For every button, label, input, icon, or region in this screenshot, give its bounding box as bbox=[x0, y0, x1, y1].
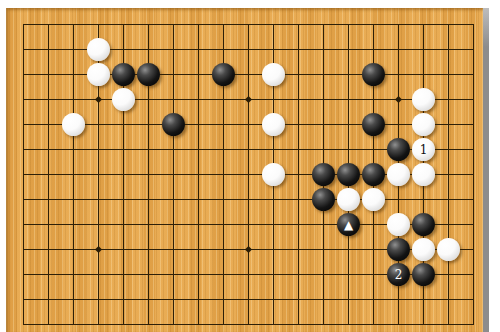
board-cell[interactable] bbox=[161, 212, 186, 237]
board-cell[interactable] bbox=[111, 12, 136, 37]
board-cell[interactable] bbox=[286, 212, 311, 237]
black-stone bbox=[362, 163, 385, 186]
board-cell[interactable] bbox=[436, 262, 461, 287]
board-cell[interactable] bbox=[186, 212, 211, 237]
board-cell[interactable] bbox=[36, 87, 61, 112]
board-cell[interactable] bbox=[136, 112, 161, 137]
board-cell[interactable] bbox=[36, 212, 61, 237]
board-cell[interactable] bbox=[86, 62, 111, 87]
board-cell[interactable] bbox=[386, 212, 411, 237]
board-cell[interactable] bbox=[336, 137, 361, 162]
board-cell[interactable] bbox=[111, 162, 136, 187]
black-stone bbox=[212, 63, 235, 86]
board-cell[interactable] bbox=[211, 312, 236, 332]
board-cell[interactable] bbox=[261, 262, 286, 287]
board-cell[interactable] bbox=[311, 237, 336, 262]
board-cell[interactable] bbox=[61, 87, 86, 112]
board-cell[interactable] bbox=[411, 237, 436, 262]
board-cell[interactable] bbox=[336, 12, 361, 37]
board-cell[interactable] bbox=[436, 112, 461, 137]
board-cell[interactable] bbox=[286, 12, 311, 37]
board-cell[interactable] bbox=[186, 162, 211, 187]
board-cell[interactable] bbox=[136, 237, 161, 262]
board-cell[interactable] bbox=[111, 287, 136, 312]
board-cell[interactable] bbox=[36, 312, 61, 332]
white-stone bbox=[262, 113, 285, 136]
white-stone bbox=[337, 188, 360, 211]
board-cell[interactable] bbox=[336, 112, 361, 137]
board-cell[interactable] bbox=[136, 262, 161, 287]
board-cell[interactable] bbox=[61, 312, 86, 332]
board-cell[interactable] bbox=[86, 312, 111, 332]
board-cell[interactable] bbox=[136, 137, 161, 162]
board-cell[interactable] bbox=[111, 137, 136, 162]
board-cell[interactable] bbox=[86, 87, 111, 112]
board-cell[interactable] bbox=[361, 37, 386, 62]
board-cell[interactable] bbox=[411, 287, 436, 312]
board-cell[interactable] bbox=[386, 162, 411, 187]
board-cell[interactable] bbox=[336, 262, 361, 287]
board-cell[interactable] bbox=[136, 87, 161, 112]
board-cell[interactable] bbox=[211, 212, 236, 237]
board-cell[interactable] bbox=[261, 87, 286, 112]
board-cell[interactable] bbox=[11, 162, 36, 187]
board-cell[interactable] bbox=[236, 112, 261, 137]
board-cell[interactable] bbox=[311, 187, 336, 212]
board-cell[interactable] bbox=[461, 162, 483, 187]
goban-cells: 1▲2 bbox=[11, 12, 483, 332]
board-cell[interactable] bbox=[186, 12, 211, 37]
white-stone bbox=[112, 88, 135, 111]
board-cell[interactable] bbox=[11, 62, 36, 87]
board-cell[interactable] bbox=[411, 12, 436, 37]
board-cell[interactable] bbox=[461, 112, 483, 137]
board-cell[interactable]: ▲ bbox=[336, 212, 361, 237]
board-cell[interactable] bbox=[411, 162, 436, 187]
white-stone bbox=[62, 113, 85, 136]
board-cell[interactable] bbox=[61, 262, 86, 287]
board-cell[interactable] bbox=[386, 237, 411, 262]
board-cell[interactable] bbox=[361, 112, 386, 137]
board-cell[interactable] bbox=[211, 37, 236, 62]
board-cell[interactable] bbox=[11, 237, 36, 262]
board-cell[interactable] bbox=[361, 137, 386, 162]
board-cell[interactable] bbox=[386, 187, 411, 212]
black-stone bbox=[362, 113, 385, 136]
board-cell[interactable] bbox=[161, 12, 186, 37]
board-cell[interactable] bbox=[186, 87, 211, 112]
board-cell[interactable] bbox=[436, 237, 461, 262]
board-cell[interactable] bbox=[111, 312, 136, 332]
board-cell[interactable] bbox=[361, 212, 386, 237]
board-cell[interactable] bbox=[161, 287, 186, 312]
board-cell[interactable] bbox=[386, 287, 411, 312]
black-stone bbox=[312, 188, 335, 211]
board-cell[interactable] bbox=[461, 62, 483, 87]
board-cell[interactable]: 1 bbox=[411, 137, 436, 162]
board-cell[interactable] bbox=[336, 312, 361, 332]
white-stone bbox=[87, 38, 110, 61]
black-stone bbox=[137, 63, 160, 86]
board-edge-shadow bbox=[483, 8, 489, 332]
board-cell[interactable] bbox=[161, 237, 186, 262]
board-cell[interactable] bbox=[211, 12, 236, 37]
black-stone bbox=[412, 213, 435, 236]
board-cell[interactable] bbox=[261, 12, 286, 37]
board-cell[interactable] bbox=[161, 37, 186, 62]
board-cell[interactable] bbox=[111, 62, 136, 87]
board-cell[interactable] bbox=[61, 237, 86, 262]
board-cell[interactable] bbox=[311, 37, 336, 62]
white-stone bbox=[362, 188, 385, 211]
board-cell[interactable] bbox=[11, 137, 36, 162]
board-cell[interactable] bbox=[411, 312, 436, 332]
board-cell[interactable] bbox=[61, 287, 86, 312]
board-cell[interactable] bbox=[261, 137, 286, 162]
board-cell[interactable] bbox=[286, 162, 311, 187]
board-cell[interactable] bbox=[36, 37, 61, 62]
board-cell[interactable] bbox=[186, 37, 211, 62]
board-cell[interactable] bbox=[86, 137, 111, 162]
white-stone bbox=[412, 238, 435, 261]
board-cell[interactable] bbox=[461, 287, 483, 312]
board-cell[interactable] bbox=[261, 187, 286, 212]
board-cell[interactable] bbox=[236, 212, 261, 237]
board-cell[interactable] bbox=[286, 62, 311, 87]
board-cell[interactable] bbox=[436, 212, 461, 237]
board-cell[interactable] bbox=[161, 187, 186, 212]
board-cell[interactable] bbox=[361, 237, 386, 262]
board-cell[interactable] bbox=[261, 237, 286, 262]
board-cell[interactable] bbox=[336, 87, 361, 112]
board-cell[interactable] bbox=[461, 12, 483, 37]
board-cell[interactable] bbox=[61, 37, 86, 62]
board-cell[interactable] bbox=[236, 312, 261, 332]
board-cell[interactable] bbox=[261, 112, 286, 137]
board-cell[interactable] bbox=[61, 62, 86, 87]
black-stone bbox=[387, 238, 410, 261]
board-cell[interactable] bbox=[311, 162, 336, 187]
board-cell[interactable] bbox=[161, 137, 186, 162]
board-cell[interactable] bbox=[236, 12, 261, 37]
board-cell[interactable] bbox=[211, 62, 236, 87]
board-cell[interactable] bbox=[436, 312, 461, 332]
board-cell[interactable] bbox=[311, 87, 336, 112]
board-cell[interactable] bbox=[336, 187, 361, 212]
board-cell[interactable] bbox=[11, 312, 36, 332]
board-cell[interactable] bbox=[211, 237, 236, 262]
board-cell[interactable] bbox=[186, 237, 211, 262]
board-cell[interactable] bbox=[211, 137, 236, 162]
black-stone bbox=[387, 138, 410, 161]
board-cell[interactable] bbox=[136, 212, 161, 237]
board-cell[interactable] bbox=[186, 262, 211, 287]
board-cell[interactable] bbox=[236, 37, 261, 62]
board-cell[interactable] bbox=[86, 287, 111, 312]
board-cell[interactable] bbox=[86, 187, 111, 212]
board-cell[interactable] bbox=[61, 187, 86, 212]
board-cell[interactable] bbox=[286, 187, 311, 212]
board-cell[interactable] bbox=[336, 162, 361, 187]
board-cell[interactable] bbox=[236, 287, 261, 312]
white-stone bbox=[387, 213, 410, 236]
board-cell[interactable] bbox=[86, 12, 111, 37]
board-cell[interactable] bbox=[161, 87, 186, 112]
black-stone bbox=[312, 163, 335, 186]
board-cell[interactable] bbox=[36, 262, 61, 287]
board-cell[interactable] bbox=[311, 12, 336, 37]
board-cell[interactable] bbox=[411, 112, 436, 137]
white-stone bbox=[412, 163, 435, 186]
board-cell[interactable] bbox=[161, 262, 186, 287]
board-cell[interactable] bbox=[261, 162, 286, 187]
board-cell[interactable] bbox=[286, 287, 311, 312]
board-cell[interactable] bbox=[286, 87, 311, 112]
board-cell[interactable] bbox=[436, 162, 461, 187]
board-cell[interactable] bbox=[361, 12, 386, 37]
board-cell[interactable] bbox=[411, 62, 436, 87]
black-stone: ▲ bbox=[337, 213, 360, 236]
board-cell[interactable] bbox=[36, 187, 61, 212]
board-cell[interactable] bbox=[411, 262, 436, 287]
triangle-marker-icon: ▲ bbox=[337, 213, 360, 236]
board-cell[interactable] bbox=[336, 287, 361, 312]
board-cell[interactable] bbox=[186, 287, 211, 312]
board-cell[interactable] bbox=[461, 212, 483, 237]
white-stone bbox=[87, 63, 110, 86]
board-cell[interactable] bbox=[311, 62, 336, 87]
board-cell[interactable] bbox=[386, 137, 411, 162]
board-cell[interactable] bbox=[186, 187, 211, 212]
board-cell[interactable] bbox=[361, 62, 386, 87]
board-cell[interactable] bbox=[11, 12, 36, 37]
board-cell[interactable] bbox=[211, 112, 236, 137]
board-cell[interactable] bbox=[161, 312, 186, 332]
board-cell[interactable] bbox=[136, 37, 161, 62]
board-cell[interactable] bbox=[261, 37, 286, 62]
black-stone bbox=[337, 163, 360, 186]
board-cell[interactable] bbox=[236, 262, 261, 287]
board-cell[interactable]: 2 bbox=[386, 262, 411, 287]
board-cell[interactable] bbox=[436, 87, 461, 112]
move-number-label: 1 bbox=[412, 138, 435, 161]
board-cell[interactable] bbox=[86, 212, 111, 237]
board-cell[interactable] bbox=[61, 112, 86, 137]
board-cell[interactable] bbox=[286, 237, 311, 262]
board-cell[interactable] bbox=[36, 12, 61, 37]
board-cell[interactable] bbox=[86, 237, 111, 262]
go-board: 1▲2 bbox=[6, 8, 483, 332]
board-cell[interactable] bbox=[11, 112, 36, 137]
board-cell[interactable] bbox=[111, 37, 136, 62]
board-cell[interactable] bbox=[461, 137, 483, 162]
white-stone bbox=[262, 63, 285, 86]
black-stone bbox=[162, 113, 185, 136]
board-cell[interactable] bbox=[436, 37, 461, 62]
board-cell[interactable] bbox=[286, 112, 311, 137]
black-stone: 2 bbox=[387, 263, 410, 286]
board-cell[interactable] bbox=[461, 262, 483, 287]
board-cell[interactable] bbox=[311, 112, 336, 137]
board-cell[interactable] bbox=[261, 287, 286, 312]
board-cell[interactable] bbox=[86, 112, 111, 137]
board-cell[interactable] bbox=[186, 137, 211, 162]
board-cell[interactable] bbox=[386, 62, 411, 87]
board-cell[interactable] bbox=[86, 37, 111, 62]
board-cell[interactable] bbox=[361, 87, 386, 112]
board-cell[interactable] bbox=[336, 37, 361, 62]
board-cell[interactable] bbox=[211, 287, 236, 312]
white-stone bbox=[412, 113, 435, 136]
board-cell[interactable] bbox=[111, 87, 136, 112]
board-cell[interactable] bbox=[111, 212, 136, 237]
board-cell[interactable] bbox=[311, 312, 336, 332]
board-cell[interactable] bbox=[436, 287, 461, 312]
board-cell[interactable] bbox=[386, 12, 411, 37]
black-stone bbox=[412, 263, 435, 286]
board-cell[interactable] bbox=[61, 137, 86, 162]
black-stone bbox=[362, 63, 385, 86]
board-cell[interactable] bbox=[461, 37, 483, 62]
board-cell[interactable] bbox=[236, 62, 261, 87]
move-number-label: 2 bbox=[387, 263, 410, 286]
board-cell[interactable] bbox=[136, 162, 161, 187]
board-cell[interactable] bbox=[36, 287, 61, 312]
board-cell[interactable] bbox=[461, 237, 483, 262]
board-cell[interactable] bbox=[411, 212, 436, 237]
board-cell[interactable] bbox=[236, 87, 261, 112]
board-cell[interactable] bbox=[186, 312, 211, 332]
board-cell[interactable] bbox=[386, 312, 411, 332]
board-cell[interactable] bbox=[11, 287, 36, 312]
board-cell[interactable] bbox=[136, 312, 161, 332]
board-cell[interactable] bbox=[311, 137, 336, 162]
board-cell[interactable] bbox=[261, 312, 286, 332]
board-cell[interactable] bbox=[136, 287, 161, 312]
board-cell[interactable] bbox=[261, 212, 286, 237]
board-cell[interactable] bbox=[111, 262, 136, 287]
board-cell[interactable] bbox=[361, 262, 386, 287]
board-cell[interactable] bbox=[286, 137, 311, 162]
board-cell[interactable] bbox=[161, 162, 186, 187]
board-cell[interactable] bbox=[136, 12, 161, 37]
board-cell[interactable] bbox=[411, 37, 436, 62]
board-cell[interactable] bbox=[186, 112, 211, 137]
board-cell[interactable] bbox=[211, 187, 236, 212]
board-cell[interactable] bbox=[436, 187, 461, 212]
board-cell[interactable] bbox=[236, 237, 261, 262]
white-stone bbox=[387, 163, 410, 186]
board-cell[interactable] bbox=[36, 62, 61, 87]
white-stone bbox=[437, 238, 460, 261]
board-cell[interactable] bbox=[11, 187, 36, 212]
board-cell[interactable] bbox=[461, 312, 483, 332]
board-cell[interactable] bbox=[186, 62, 211, 87]
board-cell[interactable] bbox=[211, 87, 236, 112]
black-stone bbox=[112, 63, 135, 86]
board-cell[interactable] bbox=[286, 262, 311, 287]
board-cell[interactable] bbox=[36, 112, 61, 137]
board-cell[interactable] bbox=[286, 312, 311, 332]
board-cell[interactable] bbox=[361, 312, 386, 332]
board-cell[interactable] bbox=[11, 87, 36, 112]
board-cell[interactable] bbox=[86, 262, 111, 287]
board-cell[interactable] bbox=[311, 287, 336, 312]
board-cell[interactable] bbox=[36, 137, 61, 162]
board-cell[interactable] bbox=[311, 212, 336, 237]
board-cell[interactable] bbox=[236, 137, 261, 162]
board-cell[interactable] bbox=[386, 87, 411, 112]
board-cell[interactable] bbox=[461, 187, 483, 212]
board-cell[interactable] bbox=[411, 87, 436, 112]
board-cell[interactable] bbox=[361, 287, 386, 312]
board-cell[interactable] bbox=[286, 37, 311, 62]
board-cell[interactable] bbox=[386, 37, 411, 62]
board-cell[interactable] bbox=[211, 262, 236, 287]
board-cell[interactable] bbox=[136, 62, 161, 87]
board-cell[interactable] bbox=[61, 212, 86, 237]
board-cell[interactable] bbox=[336, 62, 361, 87]
board-cell[interactable] bbox=[311, 262, 336, 287]
board-cell[interactable] bbox=[436, 12, 461, 37]
board-cell[interactable] bbox=[336, 237, 361, 262]
board-cell[interactable] bbox=[36, 237, 61, 262]
board-cell[interactable] bbox=[111, 112, 136, 137]
board-cell[interactable] bbox=[386, 112, 411, 137]
board-cell[interactable] bbox=[461, 87, 483, 112]
white-stone bbox=[262, 163, 285, 186]
board-cell[interactable] bbox=[361, 162, 386, 187]
board-cell[interactable] bbox=[61, 12, 86, 37]
board-cell[interactable] bbox=[11, 212, 36, 237]
board-cell[interactable] bbox=[261, 62, 286, 87]
board-cell[interactable] bbox=[111, 187, 136, 212]
board-cell[interactable] bbox=[436, 137, 461, 162]
board-cell[interactable] bbox=[161, 112, 186, 137]
board-cell[interactable] bbox=[236, 162, 261, 187]
board-cell[interactable] bbox=[111, 237, 136, 262]
board-cell[interactable] bbox=[86, 162, 111, 187]
board-cell[interactable] bbox=[411, 187, 436, 212]
screenshot-frame: 1▲2 bbox=[0, 0, 500, 332]
board-cell[interactable] bbox=[136, 187, 161, 212]
board-cell[interactable] bbox=[436, 62, 461, 87]
board-cell[interactable] bbox=[161, 62, 186, 87]
board-cell[interactable] bbox=[211, 162, 236, 187]
board-cell[interactable] bbox=[361, 187, 386, 212]
white-stone bbox=[412, 88, 435, 111]
board-cell[interactable] bbox=[11, 37, 36, 62]
white-stone: 1 bbox=[412, 138, 435, 161]
board-cell[interactable] bbox=[11, 262, 36, 287]
board-cell[interactable] bbox=[236, 187, 261, 212]
board-cell[interactable] bbox=[36, 162, 61, 187]
board-cell[interactable] bbox=[61, 162, 86, 187]
